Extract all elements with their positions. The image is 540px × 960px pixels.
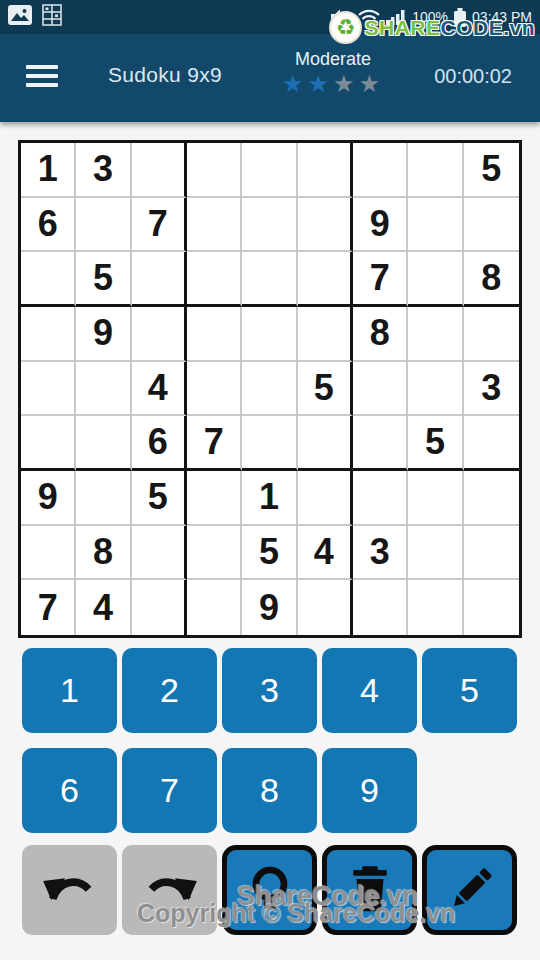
cell-r7c3[interactable]: 5 [132,471,187,526]
app-bar: Sudoku 9x9 Moderate ★★★★ 00:00:02 [0,34,540,122]
cell-r9c5[interactable]: 9 [242,580,297,635]
trash-icon [341,861,399,919]
pencil-button[interactable] [422,845,517,935]
sudoku-notification-icon [42,4,62,30]
cell-r2c4[interactable] [187,198,242,253]
cell-r6c8[interactable]: 5 [408,416,463,471]
numpad-button-9[interactable]: 9 [322,748,417,833]
numpad-button-4[interactable]: 4 [322,648,417,733]
page-title: Sudoku 9x9 [108,63,222,87]
cell-r5c5[interactable] [242,362,297,417]
cell-r7c8[interactable] [408,471,463,526]
cell-r4c6[interactable] [298,307,353,362]
cell-r3c4[interactable] [187,252,242,307]
pencil-icon [441,861,499,919]
numpad-button-2[interactable]: 2 [122,648,217,733]
cell-r7c4[interactable] [187,471,242,526]
cell-r4c9[interactable] [464,307,519,362]
cell-r3c8[interactable] [408,252,463,307]
cell-r9c6[interactable] [298,580,353,635]
wifi-icon [358,9,380,26]
cell-r9c9[interactable] [464,580,519,635]
cell-r9c3[interactable] [132,580,187,635]
cell-r2c7[interactable]: 9 [353,198,408,253]
cell-r9c7[interactable] [353,580,408,635]
cell-r5c4[interactable] [187,362,242,417]
numpad-button-1[interactable]: 1 [22,648,117,733]
cell-r8c5[interactable]: 5 [242,526,297,581]
cell-r4c7[interactable]: 8 [353,307,408,362]
cell-r3c5[interactable] [242,252,297,307]
cell-r4c3[interactable] [132,307,187,362]
cell-r5c7[interactable] [353,362,408,417]
cell-r2c3[interactable]: 7 [132,198,187,253]
cell-r7c1[interactable]: 9 [21,471,76,526]
cell-r4c5[interactable] [242,307,297,362]
cell-r1c3[interactable] [132,143,187,198]
cell-r8c3[interactable] [132,526,187,581]
signal-icon [386,9,406,25]
cell-r5c6[interactable]: 5 [298,362,353,417]
star-icon: ★ [307,70,333,97]
cell-r3c1[interactable] [21,252,76,307]
status-bar: 100% 03:43 PM [0,0,540,34]
cell-r4c8[interactable] [408,307,463,362]
cell-r9c4[interactable] [187,580,242,635]
cell-r4c2[interactable]: 9 [76,307,131,362]
numpad-button-6[interactable]: 6 [22,748,117,833]
cell-r4c1[interactable] [21,307,76,362]
cell-r6c7[interactable] [353,416,408,471]
cell-r6c6[interactable] [298,416,353,471]
cell-r5c1[interactable] [21,362,76,417]
cell-r5c2[interactable] [76,362,131,417]
cell-r6c3[interactable]: 6 [132,416,187,471]
cell-r8c7[interactable]: 3 [353,526,408,581]
cell-r6c5[interactable] [242,416,297,471]
cell-r7c5[interactable]: 1 [242,471,297,526]
cell-r2c1[interactable]: 6 [21,198,76,253]
game-timer: 00:00:02 [434,65,512,88]
cell-r2c8[interactable] [408,198,463,253]
numpad-row-1: 12345 [22,648,517,733]
cell-r3c7[interactable]: 7 [353,252,408,307]
cell-r8c1[interactable] [21,526,76,581]
cell-r8c9[interactable] [464,526,519,581]
delete-button[interactable] [322,845,417,935]
numpad-button-7[interactable]: 7 [122,748,217,833]
star-icon: ★ [282,70,308,97]
gallery-icon [8,5,32,29]
cell-r8c8[interactable] [408,526,463,581]
cell-r2c2[interactable] [76,198,131,253]
cell-r3c3[interactable] [132,252,187,307]
numpad-button-8[interactable]: 8 [222,748,317,833]
difficulty-block: Moderate ★★★★ [268,49,398,96]
numpad-button-5[interactable]: 5 [422,648,517,733]
difficulty-stars: ★★★★ [268,72,398,96]
cell-r9c2[interactable]: 4 [76,580,131,635]
numpad-button-3[interactable]: 3 [222,648,317,733]
cell-r7c7[interactable] [353,471,408,526]
cell-r4c4[interactable] [187,307,242,362]
sudoku-board: 135679578984536759518543749 [18,140,522,638]
cell-r2c5[interactable] [242,198,297,253]
cell-r1c2[interactable]: 3 [76,143,131,198]
battery-percent: 100% [412,9,448,25]
numpad-row-2: 6789 [22,748,417,833]
cell-r3c9[interactable]: 8 [464,252,519,307]
undo-icon [39,859,101,921]
toolbar [22,845,517,935]
cell-r1c1[interactable]: 1 [21,143,76,198]
star-icon: ★ [359,70,385,97]
mute-icon [330,8,352,26]
cell-r1c9[interactable]: 5 [464,143,519,198]
lightbulb-icon [240,860,300,920]
cell-r7c9[interactable] [464,471,519,526]
redo-icon [139,859,201,921]
cell-r5c3[interactable]: 4 [132,362,187,417]
undo-button[interactable] [22,845,117,935]
cell-r9c1[interactable]: 7 [21,580,76,635]
cell-r2c9[interactable] [464,198,519,253]
cell-r7c2[interactable] [76,471,131,526]
cell-r9c8[interactable] [408,580,463,635]
cell-r8c4[interactable] [187,526,242,581]
cell-r3c2[interactable]: 5 [76,252,131,307]
cell-r5c8[interactable] [408,362,463,417]
cell-r6c4[interactable]: 7 [187,416,242,471]
difficulty-label: Moderate [268,49,398,70]
hamburger-icon[interactable] [26,65,58,87]
cell-r5c9[interactable]: 3 [464,362,519,417]
hint-button[interactable] [222,845,317,935]
cell-r8c6[interactable]: 4 [298,526,353,581]
cell-r6c1[interactable] [21,416,76,471]
cell-r2c6[interactable] [298,198,353,253]
clock-text: 03:43 PM [472,9,532,25]
cell-r1c5[interactable] [242,143,297,198]
cell-r8c2[interactable]: 8 [76,526,131,581]
cell-r1c4[interactable] [187,143,242,198]
cell-r7c6[interactable] [298,471,353,526]
cell-r6c2[interactable] [76,416,131,471]
cell-r1c7[interactable] [353,143,408,198]
cell-r6c9[interactable] [464,416,519,471]
cell-r3c6[interactable] [298,252,353,307]
battery-icon [454,8,466,27]
redo-button[interactable] [122,845,217,935]
cell-r1c6[interactable] [298,143,353,198]
cell-r1c8[interactable] [408,143,463,198]
star-icon: ★ [333,70,359,97]
